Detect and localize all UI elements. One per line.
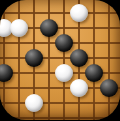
go-board[interactable] bbox=[0, 0, 120, 120]
white-stone[interactable] bbox=[25, 94, 43, 112]
black-stone[interactable] bbox=[55, 34, 73, 52]
black-stone[interactable] bbox=[0, 64, 13, 82]
black-stone[interactable] bbox=[25, 49, 43, 67]
white-stone[interactable] bbox=[55, 64, 73, 82]
black-stone[interactable] bbox=[70, 49, 88, 67]
black-stone[interactable] bbox=[100, 79, 118, 97]
go-grid[interactable] bbox=[0, 6, 117, 121]
black-stone[interactable] bbox=[85, 64, 103, 82]
black-stone[interactable] bbox=[40, 19, 58, 37]
white-stone[interactable] bbox=[10, 19, 28, 37]
white-stone[interactable] bbox=[70, 79, 88, 97]
white-stone[interactable] bbox=[70, 4, 88, 22]
